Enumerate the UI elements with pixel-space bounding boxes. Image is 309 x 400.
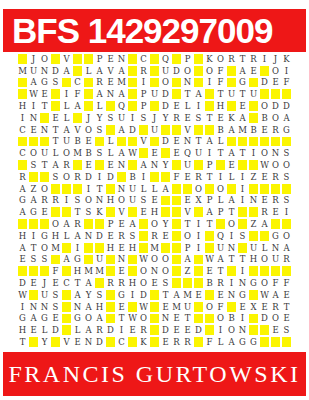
letter-cell: R <box>39 195 50 207</box>
blocked-cell <box>259 230 270 242</box>
letter-cell: Y <box>39 336 50 348</box>
blocked-cell <box>83 77 94 89</box>
letter-cell: M <box>116 77 127 89</box>
blocked-cell <box>127 336 138 348</box>
blocked-cell <box>259 136 270 148</box>
letter-cell: E <box>39 206 50 218</box>
letter-cell: I <box>215 324 226 336</box>
blocked-cell <box>193 301 204 313</box>
letter-cell: A <box>61 218 72 230</box>
letter-cell: T <box>226 206 237 218</box>
letter-cell: E <box>160 336 171 348</box>
letter-cell: E <box>116 218 127 230</box>
blocked-cell <box>127 159 138 171</box>
blocked-cell <box>193 65 204 77</box>
blocked-cell <box>270 265 281 277</box>
letter-cell: S <box>50 301 61 313</box>
blocked-cell <box>248 159 259 171</box>
letter-cell: Q <box>215 230 226 242</box>
letter-cell: E <box>105 77 116 89</box>
letter-cell: D <box>270 100 281 112</box>
letter-cell: E <box>270 206 281 218</box>
letter-cell: T <box>215 147 226 159</box>
blocked-cell <box>226 100 237 112</box>
letter-cell: I <box>193 218 204 230</box>
letter-cell: L <box>138 183 149 195</box>
letter-cell: T <box>94 183 105 195</box>
letter-cell: L <box>50 147 61 159</box>
letter-cell: E <box>226 159 237 171</box>
blocked-cell <box>270 136 281 148</box>
letter-cell: O <box>50 218 61 230</box>
letter-cell: T <box>182 218 193 230</box>
blocked-cell <box>193 77 204 89</box>
letter-cell: I <box>138 171 149 183</box>
letter-cell: O <box>270 65 281 77</box>
letter-cell: T <box>182 88 193 100</box>
letter-cell: R <box>171 336 182 348</box>
letter-cell: L <box>105 147 116 159</box>
blocked-cell <box>226 265 237 277</box>
blocked-cell <box>105 301 116 313</box>
blocked-cell <box>226 136 237 148</box>
letter-cell: U <box>149 124 160 136</box>
letter-cell: K <box>281 53 292 65</box>
letter-cell: R <box>138 324 149 336</box>
letter-cell: O <box>61 171 72 183</box>
letter-cell: R <box>72 218 83 230</box>
letter-cell: A <box>28 195 39 207</box>
letter-cell: F <box>171 171 182 183</box>
blocked-cell <box>61 265 72 277</box>
letter-cell: A <box>61 65 72 77</box>
letter-cell: T <box>39 100 50 112</box>
blocked-cell <box>127 100 138 112</box>
letter-cell: S <box>281 171 292 183</box>
letter-cell: E <box>28 124 39 136</box>
letter-cell: M <box>50 242 61 254</box>
blocked-cell <box>204 289 215 301</box>
blocked-cell <box>61 289 72 301</box>
letter-cell: N <box>94 195 105 207</box>
letter-cell: F <box>50 265 61 277</box>
blocked-cell <box>171 183 182 195</box>
letter-cell: N <box>72 301 83 313</box>
letter-cell: A <box>94 88 105 100</box>
letter-cell: L <box>215 195 226 207</box>
letter-cell: E <box>105 230 116 242</box>
blocked-cell <box>204 230 215 242</box>
letter-cell: O <box>215 183 226 195</box>
letter-cell: N <box>116 183 127 195</box>
author-name: FRANCIS GURTOWSKI <box>3 352 306 396</box>
letter-cell: A <box>226 195 237 207</box>
letter-cell: A <box>17 206 28 218</box>
letter-cell: F <box>270 277 281 289</box>
letter-cell: I <box>204 77 215 89</box>
blocked-cell <box>61 183 72 195</box>
letter-cell: W <box>127 313 138 325</box>
letter-cell: A <box>215 254 226 266</box>
letter-cell: S <box>39 254 50 266</box>
blocked-cell <box>28 265 39 277</box>
letter-cell: I <box>83 183 94 195</box>
letter-cell: P <box>204 159 215 171</box>
letter-cell: G <box>17 195 28 207</box>
blocked-cell <box>83 242 94 254</box>
letter-cell: T <box>215 265 226 277</box>
letter-cell: N <box>83 336 94 348</box>
letter-cell: H <box>17 230 28 242</box>
letter-cell: F <box>72 88 83 100</box>
letter-cell: I <box>193 100 204 112</box>
letter-cell: W <box>259 289 270 301</box>
blocked-cell <box>226 301 237 313</box>
letter-cell: O <box>160 77 171 89</box>
letter-cell: O <box>83 124 94 136</box>
letter-cell: P <box>105 218 116 230</box>
letter-cell: I <box>248 147 259 159</box>
letter-cell: A <box>237 112 248 124</box>
letter-cell: N <box>270 147 281 159</box>
letter-cell: C <box>116 336 127 348</box>
blocked-cell <box>105 254 116 266</box>
letter-cell: S <box>160 277 171 289</box>
blocked-cell <box>61 313 72 325</box>
letter-cell: R <box>171 112 182 124</box>
letter-cell: L <box>72 324 83 336</box>
letter-cell: R <box>50 195 61 207</box>
blocked-cell <box>105 124 116 136</box>
letter-cell: I <box>193 242 204 254</box>
letter-cell: U <box>28 65 39 77</box>
puzzle-grid: JOVPENCQPKORTRIJKMUNDALAVARUDOOFAEOIAGSC… <box>17 53 292 348</box>
blocked-cell <box>259 324 270 336</box>
letter-cell: K <box>204 53 215 65</box>
blocked-cell <box>138 242 149 254</box>
letter-cell: O <box>281 230 292 242</box>
letter-cell: I <box>94 171 105 183</box>
letter-cell: R <box>72 171 83 183</box>
blocked-cell <box>127 301 138 313</box>
letter-cell: E <box>72 336 83 348</box>
blocked-cell <box>83 53 94 65</box>
blocked-cell <box>149 65 160 77</box>
letter-cell: Z <box>248 218 259 230</box>
letter-cell: G <box>237 77 248 89</box>
letter-cell: T <box>226 254 237 266</box>
letter-cell: A <box>83 277 94 289</box>
letter-cell: E <box>259 124 270 136</box>
letter-cell: J <box>83 112 94 124</box>
letter-cell: O <box>259 147 270 159</box>
letter-cell: A <box>28 313 39 325</box>
letter-cell: S <box>28 254 39 266</box>
letter-cell: D <box>160 100 171 112</box>
blocked-cell <box>17 218 28 230</box>
letter-cell: I <box>72 242 83 254</box>
blocked-cell <box>182 277 193 289</box>
letter-cell: T <box>72 206 83 218</box>
letter-cell: N <box>160 313 171 325</box>
letter-cell: O <box>149 254 160 266</box>
letter-cell: B <box>226 313 237 325</box>
letter-cell: Y <box>94 112 105 124</box>
letter-cell: D <box>193 324 204 336</box>
letter-cell: O <box>259 100 270 112</box>
letter-cell: O <box>138 313 149 325</box>
blocked-cell <box>204 88 215 100</box>
letter-cell: D <box>281 100 292 112</box>
letter-cell: I <box>127 112 138 124</box>
letter-cell: A <box>127 218 138 230</box>
letter-cell: S <box>50 77 61 89</box>
letter-cell: E <box>237 301 248 313</box>
letter-cell: A <box>138 159 149 171</box>
letter-cell: A <box>72 230 83 242</box>
letter-cell: W <box>259 159 270 171</box>
letter-cell: G <box>237 289 248 301</box>
letter-cell: V <box>105 65 116 77</box>
letter-cell: C <box>17 147 28 159</box>
letter-cell: L <box>215 136 226 148</box>
letter-cell: N <box>28 112 39 124</box>
letter-cell: G <box>17 313 28 325</box>
letter-cell: S <box>281 147 292 159</box>
letter-cell: L <box>215 336 226 348</box>
letter-cell: D <box>105 324 116 336</box>
letter-cell: R <box>105 277 116 289</box>
letter-cell: Q <box>116 100 127 112</box>
letter-cell: O <box>83 195 94 207</box>
letter-cell: S <box>105 112 116 124</box>
letter-cell: T <box>237 88 248 100</box>
letter-cell: R <box>116 230 127 242</box>
letter-cell: D <box>138 289 149 301</box>
letter-cell: U <box>61 136 72 148</box>
blocked-cell <box>215 159 226 171</box>
letter-cell: E <box>182 324 193 336</box>
letter-cell: D <box>127 124 138 136</box>
blocked-cell <box>138 230 149 242</box>
letter-cell: I <box>237 183 248 195</box>
letter-cell: E <box>182 171 193 183</box>
letter-cell: R <box>248 53 259 65</box>
letter-cell: E <box>237 100 248 112</box>
letter-cell: R <box>281 254 292 266</box>
letter-cell: M <box>171 301 182 313</box>
letter-cell: U <box>248 88 259 100</box>
letter-cell: E <box>149 277 160 289</box>
letter-cell: I <box>28 100 39 112</box>
letter-cell: O <box>204 65 215 77</box>
letter-cell: E <box>171 313 182 325</box>
blocked-cell <box>50 100 61 112</box>
blocked-cell <box>281 336 292 348</box>
blocked-cell <box>171 254 182 266</box>
letter-cell: C <box>61 277 72 289</box>
letter-cell: P <box>215 206 226 218</box>
blocked-cell <box>39 136 50 148</box>
letter-cell: L <box>94 100 105 112</box>
letter-cell: A <box>94 313 105 325</box>
blocked-cell <box>248 112 259 124</box>
letter-cell: E <box>149 195 160 207</box>
letter-cell: R <box>94 324 105 336</box>
blocked-cell <box>149 136 160 148</box>
letter-cell: E <box>160 301 171 313</box>
letter-cell: Q <box>182 147 193 159</box>
letter-cell: B <box>204 277 215 289</box>
letter-cell: O <box>259 277 270 289</box>
letter-cell: O <box>270 112 281 124</box>
blocked-cell <box>248 136 259 148</box>
letter-cell: E <box>116 265 127 277</box>
letter-cell: A <box>116 124 127 136</box>
letter-cell: E <box>193 289 204 301</box>
letter-cell: N <box>116 53 127 65</box>
blocked-cell <box>171 218 182 230</box>
blocked-cell <box>83 254 94 266</box>
blocked-cell <box>94 242 105 254</box>
letter-cell: G <box>39 230 50 242</box>
letter-cell: A <box>17 183 28 195</box>
letter-cell: J <box>28 53 39 65</box>
letter-cell: T <box>39 159 50 171</box>
letter-cell: S <box>138 195 149 207</box>
letter-cell: T <box>215 88 226 100</box>
letter-cell: S <box>138 112 149 124</box>
letter-cell: S <box>28 159 39 171</box>
letter-cell: M <box>17 65 28 77</box>
letter-cell: T <box>204 171 215 183</box>
letter-cell: T <box>204 112 215 124</box>
blocked-cell <box>72 159 83 171</box>
letter-cell: M <box>72 147 83 159</box>
blocked-cell <box>149 301 160 313</box>
blocked-cell <box>83 100 94 112</box>
blocked-cell <box>281 265 292 277</box>
letter-cell: M <box>182 289 193 301</box>
letter-cell: T <box>193 136 204 148</box>
letter-cell: R <box>270 301 281 313</box>
letter-cell: U <box>193 147 204 159</box>
letter-cell: S <box>281 195 292 207</box>
letter-cell: E <box>270 77 281 89</box>
cover-title: BFS 1429297009 <box>3 9 306 52</box>
letter-cell: I <box>281 206 292 218</box>
letter-cell: Q <box>160 53 171 65</box>
blocked-cell <box>61 301 72 313</box>
blocked-cell <box>237 206 248 218</box>
letter-cell: A <box>72 100 83 112</box>
letter-cell: U <box>215 242 226 254</box>
letter-cell: V <box>182 124 193 136</box>
blocked-cell <box>193 277 204 289</box>
letter-cell: I <box>116 324 127 336</box>
letter-cell: L <box>226 171 237 183</box>
letter-cell: N <box>149 159 160 171</box>
blocked-cell <box>237 159 248 171</box>
letter-cell: E <box>17 254 28 266</box>
blocked-cell <box>149 324 160 336</box>
letter-cell: S <box>237 230 248 242</box>
letter-cell: M <box>83 265 94 277</box>
blocked-cell <box>204 124 215 136</box>
blocked-cell <box>259 65 270 77</box>
blocked-cell <box>171 88 182 100</box>
letter-cell: N <box>116 159 127 171</box>
letter-cell: E <box>171 100 182 112</box>
blocked-cell <box>259 265 270 277</box>
blocked-cell <box>281 88 292 100</box>
letter-cell: D <box>259 77 270 89</box>
blocked-cell <box>248 77 259 89</box>
blocked-cell <box>204 242 215 254</box>
letter-cell: I <box>61 195 72 207</box>
blocked-cell <box>50 183 61 195</box>
letter-cell: G <box>281 124 292 136</box>
blocked-cell <box>149 100 160 112</box>
letter-cell: D <box>94 336 105 348</box>
letter-cell: O <box>138 265 149 277</box>
letter-cell: I <box>237 265 248 277</box>
blocked-cell <box>28 218 39 230</box>
letter-cell: T <box>50 136 61 148</box>
blocked-cell <box>160 171 171 183</box>
letter-cell: E <box>83 136 94 148</box>
letter-cell: Y <box>160 159 171 171</box>
blocked-cell <box>39 265 50 277</box>
blocked-cell <box>17 88 28 100</box>
letter-cell: C <box>72 77 83 89</box>
letter-cell: A <box>83 324 94 336</box>
letter-cell: H <box>50 230 61 242</box>
letter-cell: O <box>270 313 281 325</box>
letter-cell: X <box>193 195 204 207</box>
blocked-cell <box>50 206 61 218</box>
letter-cell: F <box>204 336 215 348</box>
letter-cell: I <box>237 195 248 207</box>
blocked-cell <box>105 336 116 348</box>
letter-cell: R <box>215 277 226 289</box>
letter-cell: F <box>215 65 226 77</box>
blocked-cell <box>259 183 270 195</box>
letter-cell: L <box>259 242 270 254</box>
blocked-cell <box>237 218 248 230</box>
letter-cell: E <box>28 324 39 336</box>
blocked-cell <box>127 206 138 218</box>
letter-cell: G <box>248 336 259 348</box>
letter-cell: P <box>138 88 149 100</box>
blocked-cell <box>171 242 182 254</box>
letter-cell: E <box>281 289 292 301</box>
blocked-cell <box>28 336 39 348</box>
letter-cell: S <box>94 124 105 136</box>
blocked-cell <box>193 336 204 348</box>
letter-cell: O <box>182 230 193 242</box>
blocked-cell <box>149 336 160 348</box>
letter-cell: J <box>270 53 281 65</box>
blocked-cell <box>61 206 72 218</box>
letter-cell: R <box>94 77 105 89</box>
letter-cell: O <box>226 218 237 230</box>
blocked-cell <box>270 88 281 100</box>
letter-cell: E <box>50 112 61 124</box>
letter-cell: J <box>149 112 160 124</box>
blocked-cell <box>72 112 83 124</box>
blocked-cell <box>171 53 182 65</box>
